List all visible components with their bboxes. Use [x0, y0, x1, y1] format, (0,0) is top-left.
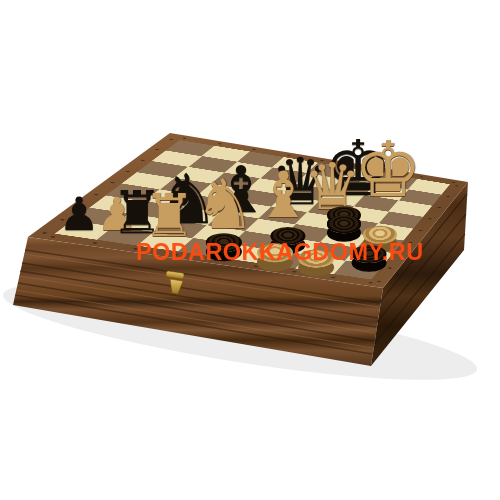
watermark: PODAROKKAGDOMY.RU [136, 239, 424, 266]
brass-pin [155, 149, 160, 151]
brass-pin [446, 196, 450, 198]
brass-pin [252, 149, 257, 151]
brass-pin [455, 185, 459, 187]
piece-white-rook[interactable]: ♜ [143, 187, 196, 246]
brass-pin [377, 280, 382, 282]
piece-white-knight[interactable]: ♞ [194, 171, 255, 239]
brass-pin [217, 143, 222, 145]
brass-pin [42, 232, 48, 234]
checker-disc [327, 215, 361, 233]
piece-white-bishop[interactable]: ♝ [254, 164, 311, 228]
chess-set-photo: PODAROKKAGDOMY.RU ♟♟♜♜♞♞♝♝♛♛♚♚ [0, 0, 500, 500]
brass-pin [169, 138, 174, 140]
brass-pin [182, 137, 187, 139]
brass-pin [428, 218, 432, 220]
piece-white-king[interactable]: ♚ [354, 132, 422, 208]
brass-pin [388, 267, 393, 269]
brass-pin [50, 236, 56, 238]
brass-pin [437, 207, 441, 209]
brass-pin [452, 181, 456, 183]
brass-pin [418, 230, 422, 232]
brass-pin [92, 242, 98, 244]
checker-black[interactable] [327, 207, 361, 242]
brass-pin [292, 271, 297, 273]
brass-pin [368, 282, 373, 284]
brass-pin [125, 170, 130, 172]
brass-pin [140, 159, 145, 161]
piece-black-pawn[interactable]: ♟ [59, 191, 100, 237]
